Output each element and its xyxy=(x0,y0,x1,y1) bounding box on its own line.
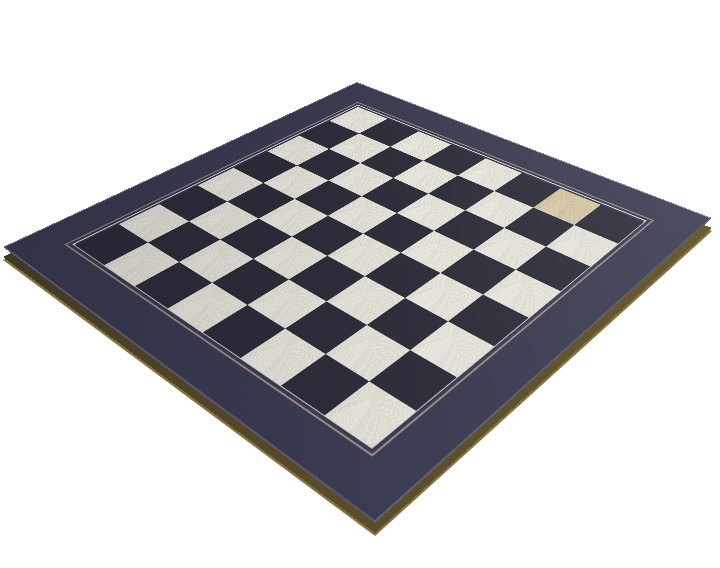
board-field xyxy=(79,107,641,443)
chess-board xyxy=(0,0,720,568)
product-photo-stage xyxy=(0,0,720,568)
board-frame xyxy=(3,82,712,523)
